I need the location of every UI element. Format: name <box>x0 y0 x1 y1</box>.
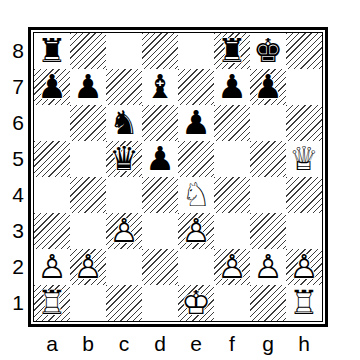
square-h1[interactable]: ♜♖ <box>286 285 322 321</box>
white-queen[interactable]: ♛♕ <box>286 141 322 177</box>
square-a6[interactable] <box>34 105 70 141</box>
square-e3[interactable]: ♟♙ <box>178 213 214 249</box>
square-b6[interactable] <box>70 105 106 141</box>
piece-glyph: ♟ <box>178 105 214 141</box>
white-pawn[interactable]: ♟♙ <box>286 249 322 285</box>
square-f2[interactable]: ♟♙ <box>214 249 250 285</box>
file-label-a: a <box>34 331 70 357</box>
black-rook[interactable]: ♜♜ <box>214 33 250 69</box>
white-pawn[interactable]: ♟♙ <box>178 213 214 249</box>
black-rook[interactable]: ♜♜ <box>34 33 70 69</box>
piece-glyph: ♟ <box>34 69 70 105</box>
rank-label-8: 8 <box>0 33 24 69</box>
square-c4[interactable] <box>106 177 142 213</box>
square-b8[interactable] <box>70 33 106 69</box>
piece-glyph: ♟ <box>250 69 286 105</box>
chess-diagram: ♜♜♜♜♚♚♟♟♟♟♝♝♟♟♟♟♞♞♟♟♛♛♟♟♛♕♞♘♟♙♟♙♟♙♟♙♟♙♟♙… <box>0 0 360 360</box>
piece-glyph: ♛ <box>106 141 142 177</box>
black-pawn[interactable]: ♟♟ <box>142 141 178 177</box>
square-a1[interactable]: ♜♖ <box>34 285 70 321</box>
white-pawn[interactable]: ♟♙ <box>106 213 142 249</box>
square-g4[interactable] <box>250 177 286 213</box>
white-pawn[interactable]: ♟♙ <box>214 249 250 285</box>
square-d8[interactable] <box>142 33 178 69</box>
square-f5[interactable] <box>214 141 250 177</box>
square-h7[interactable] <box>286 69 322 105</box>
square-a3[interactable] <box>34 213 70 249</box>
piece-glyph: ♕ <box>286 141 322 177</box>
file-label-c: c <box>106 331 142 357</box>
square-g8[interactable]: ♚♚ <box>250 33 286 69</box>
square-c6[interactable]: ♞♞ <box>106 105 142 141</box>
piece-glyph: ♜ <box>34 33 70 69</box>
square-f1[interactable] <box>214 285 250 321</box>
piece-glyph: ♟ <box>70 69 106 105</box>
square-a8[interactable]: ♜♜ <box>34 33 70 69</box>
square-a7[interactable]: ♟♟ <box>34 69 70 105</box>
square-h6[interactable] <box>286 105 322 141</box>
square-h5[interactable]: ♛♕ <box>286 141 322 177</box>
rank-label-6: 6 <box>0 105 24 141</box>
square-f7[interactable]: ♟♟ <box>214 69 250 105</box>
piece-glyph: ♟ <box>214 69 250 105</box>
black-pawn[interactable]: ♟♟ <box>250 69 286 105</box>
square-f6[interactable] <box>214 105 250 141</box>
square-b4[interactable] <box>70 177 106 213</box>
square-f3[interactable] <box>214 213 250 249</box>
square-d6[interactable] <box>142 105 178 141</box>
piece-glyph: ♙ <box>178 213 214 249</box>
square-h3[interactable] <box>286 213 322 249</box>
square-c2[interactable] <box>106 249 142 285</box>
piece-glyph: ♟ <box>142 141 178 177</box>
square-c8[interactable] <box>106 33 142 69</box>
square-d5[interactable]: ♟♟ <box>142 141 178 177</box>
piece-glyph: ♚ <box>250 33 286 69</box>
piece-glyph: ♞ <box>106 105 142 141</box>
square-b3[interactable] <box>70 213 106 249</box>
square-b1[interactable] <box>70 285 106 321</box>
square-e6[interactable]: ♟♟ <box>178 105 214 141</box>
square-c7[interactable] <box>106 69 142 105</box>
square-f8[interactable]: ♜♜ <box>214 33 250 69</box>
white-pawn[interactable]: ♟♙ <box>250 249 286 285</box>
square-d1[interactable] <box>142 285 178 321</box>
chess-board: ♜♜♜♜♚♚♟♟♟♟♝♝♟♟♟♟♞♞♟♟♛♛♟♟♛♕♞♘♟♙♟♙♟♙♟♙♟♙♟♙… <box>33 32 323 322</box>
piece-glyph: ♖ <box>34 285 70 321</box>
square-c1[interactable] <box>106 285 142 321</box>
square-h4[interactable] <box>286 177 322 213</box>
white-knight[interactable]: ♞♘ <box>178 177 214 213</box>
square-c3[interactable]: ♟♙ <box>106 213 142 249</box>
square-d7[interactable]: ♝♝ <box>142 69 178 105</box>
rank-label-4: 4 <box>0 177 24 213</box>
black-pawn[interactable]: ♟♟ <box>34 69 70 105</box>
file-label-h: h <box>286 331 322 357</box>
rank-label-7: 7 <box>0 69 24 105</box>
square-e1[interactable]: ♚♔ <box>178 285 214 321</box>
piece-glyph: ♝ <box>142 69 178 105</box>
black-pawn[interactable]: ♟♟ <box>178 105 214 141</box>
piece-glyph: ♘ <box>178 177 214 213</box>
piece-glyph: ♙ <box>286 249 322 285</box>
rank-label-5: 5 <box>0 141 24 177</box>
square-e8[interactable] <box>178 33 214 69</box>
file-label-f: f <box>214 331 250 357</box>
white-rook[interactable]: ♜♖ <box>34 285 70 321</box>
piece-glyph: ♔ <box>178 285 214 321</box>
square-a5[interactable] <box>34 141 70 177</box>
square-b7[interactable]: ♟♟ <box>70 69 106 105</box>
rank-label-1: 1 <box>0 285 24 321</box>
white-king[interactable]: ♚♔ <box>178 285 214 321</box>
piece-glyph: ♙ <box>250 249 286 285</box>
square-e7[interactable] <box>178 69 214 105</box>
file-label-b: b <box>70 331 106 357</box>
piece-glyph: ♖ <box>286 285 322 321</box>
square-h8[interactable] <box>286 33 322 69</box>
square-e2[interactable] <box>178 249 214 285</box>
square-e5[interactable] <box>178 141 214 177</box>
piece-glyph: ♙ <box>70 249 106 285</box>
square-b5[interactable] <box>70 141 106 177</box>
square-h2[interactable]: ♟♙ <box>286 249 322 285</box>
square-c5[interactable]: ♛♛ <box>106 141 142 177</box>
square-d4[interactable] <box>142 177 178 213</box>
square-g6[interactable] <box>250 105 286 141</box>
square-a4[interactable] <box>34 177 70 213</box>
chess-board-frame: ♜♜♜♜♚♚♟♟♟♟♝♝♟♟♟♟♞♞♟♟♛♛♟♟♛♕♞♘♟♙♟♙♟♙♟♙♟♙♟♙… <box>28 27 328 327</box>
file-label-d: d <box>142 331 178 357</box>
piece-glyph: ♙ <box>106 213 142 249</box>
square-f4[interactable] <box>214 177 250 213</box>
rank-label-3: 3 <box>0 213 24 249</box>
black-queen[interactable]: ♛♛ <box>106 141 142 177</box>
white-rook[interactable]: ♜♖ <box>286 285 322 321</box>
square-d2[interactable] <box>142 249 178 285</box>
black-pawn[interactable]: ♟♟ <box>70 69 106 105</box>
square-b2[interactable]: ♟♙ <box>70 249 106 285</box>
white-pawn[interactable]: ♟♙ <box>34 249 70 285</box>
piece-glyph: ♙ <box>214 249 250 285</box>
black-king[interactable]: ♚♚ <box>250 33 286 69</box>
piece-glyph: ♜ <box>214 33 250 69</box>
file-label-e: e <box>178 331 214 357</box>
black-bishop[interactable]: ♝♝ <box>142 69 178 105</box>
black-knight[interactable]: ♞♞ <box>106 105 142 141</box>
rank-label-2: 2 <box>0 249 24 285</box>
file-label-g: g <box>250 331 286 357</box>
square-g2[interactable]: ♟♙ <box>250 249 286 285</box>
black-pawn[interactable]: ♟♟ <box>214 69 250 105</box>
square-g5[interactable] <box>250 141 286 177</box>
square-g3[interactable] <box>250 213 286 249</box>
square-d3[interactable] <box>142 213 178 249</box>
square-a2[interactable]: ♟♙ <box>34 249 70 285</box>
square-g7[interactable]: ♟♟ <box>250 69 286 105</box>
square-e4[interactable]: ♞♘ <box>178 177 214 213</box>
white-pawn[interactable]: ♟♙ <box>70 249 106 285</box>
square-g1[interactable] <box>250 285 286 321</box>
piece-glyph: ♙ <box>34 249 70 285</box>
